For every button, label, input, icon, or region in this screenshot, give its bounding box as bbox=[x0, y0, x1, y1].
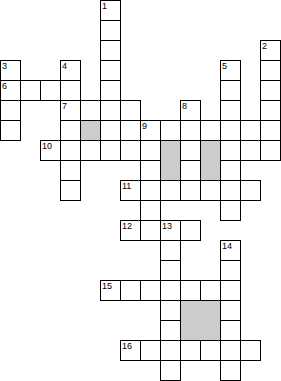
cell[interactable] bbox=[220, 180, 241, 201]
cell[interactable] bbox=[140, 220, 161, 241]
clue-number: 12 bbox=[122, 221, 132, 231]
cell[interactable] bbox=[220, 80, 241, 101]
cell[interactable] bbox=[100, 60, 121, 81]
cell[interactable]: 8 bbox=[180, 100, 201, 121]
cell[interactable] bbox=[240, 120, 261, 141]
clue-number: 15 bbox=[102, 281, 112, 291]
cell[interactable] bbox=[180, 220, 201, 241]
cell[interactable]: 4 bbox=[60, 60, 81, 81]
cell[interactable] bbox=[20, 80, 41, 101]
clue-number: 4 bbox=[62, 61, 67, 71]
cell[interactable] bbox=[220, 280, 241, 301]
cell[interactable] bbox=[80, 100, 101, 121]
cell[interactable] bbox=[100, 40, 121, 61]
cell[interactable] bbox=[160, 240, 181, 261]
crossword-board: 12345678910111213141516 bbox=[0, 0, 281, 381]
cell[interactable] bbox=[80, 140, 101, 161]
clue-number: 7 bbox=[62, 101, 67, 111]
cell[interactable]: 1 bbox=[100, 0, 121, 21]
cell[interactable] bbox=[160, 280, 181, 301]
cell[interactable]: 13 bbox=[160, 220, 181, 241]
cell[interactable] bbox=[200, 120, 221, 141]
clue-number: 6 bbox=[2, 81, 7, 91]
cell[interactable] bbox=[0, 120, 21, 141]
cell[interactable]: 7 bbox=[60, 100, 81, 121]
cell[interactable] bbox=[120, 280, 141, 301]
cell[interactable] bbox=[240, 180, 261, 201]
shaded-region bbox=[160, 140, 181, 181]
cell[interactable] bbox=[220, 100, 241, 121]
clue-number: 16 bbox=[122, 341, 132, 351]
cell[interactable]: 10 bbox=[40, 140, 61, 161]
cell[interactable]: 11 bbox=[120, 180, 141, 201]
shaded-region bbox=[80, 120, 101, 141]
clue-number: 1 bbox=[102, 1, 107, 11]
cell[interactable] bbox=[160, 340, 181, 361]
cell[interactable] bbox=[180, 140, 201, 161]
clue-number: 11 bbox=[122, 181, 131, 191]
cell[interactable] bbox=[60, 120, 81, 141]
cell[interactable] bbox=[100, 100, 121, 121]
shaded-region bbox=[180, 300, 221, 341]
cell[interactable] bbox=[60, 80, 81, 101]
clue-number: 3 bbox=[2, 61, 7, 71]
cell[interactable] bbox=[160, 300, 181, 321]
cell[interactable] bbox=[140, 200, 161, 221]
cell[interactable] bbox=[140, 280, 161, 301]
cell[interactable] bbox=[140, 160, 161, 181]
cell[interactable] bbox=[40, 80, 61, 101]
cell[interactable] bbox=[100, 120, 121, 141]
cell[interactable] bbox=[160, 120, 181, 141]
cell[interactable] bbox=[220, 360, 241, 381]
cell[interactable] bbox=[260, 120, 281, 141]
shaded-region bbox=[200, 140, 221, 181]
cell[interactable] bbox=[240, 340, 261, 361]
cell[interactable]: 14 bbox=[220, 240, 241, 261]
clue-number: 14 bbox=[222, 241, 232, 251]
cell[interactable] bbox=[60, 180, 81, 201]
cell[interactable] bbox=[140, 140, 161, 161]
cell[interactable] bbox=[140, 340, 161, 361]
cell[interactable]: 16 bbox=[120, 340, 141, 361]
cell[interactable] bbox=[220, 140, 241, 161]
cell[interactable] bbox=[100, 80, 121, 101]
cell[interactable]: 12 bbox=[120, 220, 141, 241]
cell[interactable]: 6 bbox=[0, 80, 21, 101]
cell[interactable] bbox=[220, 300, 241, 321]
cell[interactable] bbox=[60, 140, 81, 161]
cell[interactable] bbox=[180, 160, 201, 181]
cell[interactable] bbox=[180, 180, 201, 201]
cell[interactable] bbox=[200, 340, 221, 361]
cell[interactable] bbox=[260, 140, 281, 161]
cell[interactable] bbox=[220, 160, 241, 181]
cell[interactable] bbox=[260, 80, 281, 101]
cell[interactable] bbox=[260, 100, 281, 121]
cell[interactable] bbox=[220, 120, 241, 141]
cell[interactable] bbox=[260, 60, 281, 81]
cell[interactable] bbox=[240, 140, 261, 161]
cell[interactable] bbox=[220, 200, 241, 221]
cell[interactable] bbox=[180, 340, 201, 361]
clue-number: 10 bbox=[42, 141, 52, 151]
cell[interactable] bbox=[120, 100, 141, 121]
clue-number: 8 bbox=[182, 101, 187, 111]
cell[interactable]: 15 bbox=[100, 280, 121, 301]
clue-number: 2 bbox=[262, 41, 267, 51]
cell[interactable] bbox=[100, 140, 121, 161]
cell[interactable]: 5 bbox=[220, 60, 241, 81]
cell[interactable] bbox=[140, 180, 161, 201]
clue-number: 13 bbox=[162, 221, 172, 231]
cell[interactable] bbox=[60, 160, 81, 181]
cell[interactable] bbox=[160, 260, 181, 281]
cell[interactable] bbox=[0, 100, 21, 121]
cell[interactable] bbox=[220, 340, 241, 361]
clue-number: 9 bbox=[142, 121, 147, 131]
cell[interactable] bbox=[180, 280, 201, 301]
cell[interactable]: 9 bbox=[140, 120, 161, 141]
cell[interactable] bbox=[120, 140, 141, 161]
cell[interactable]: 2 bbox=[260, 40, 281, 61]
cell[interactable]: 3 bbox=[0, 60, 21, 81]
cell[interactable] bbox=[100, 20, 121, 41]
cell[interactable] bbox=[160, 180, 181, 201]
clue-number: 5 bbox=[222, 61, 227, 71]
cell[interactable] bbox=[200, 280, 221, 301]
cell[interactable] bbox=[220, 320, 241, 341]
cell[interactable] bbox=[200, 180, 221, 201]
cell[interactable] bbox=[160, 360, 181, 381]
cell[interactable] bbox=[160, 320, 181, 341]
cell[interactable] bbox=[220, 260, 241, 281]
cell[interactable] bbox=[180, 120, 201, 141]
